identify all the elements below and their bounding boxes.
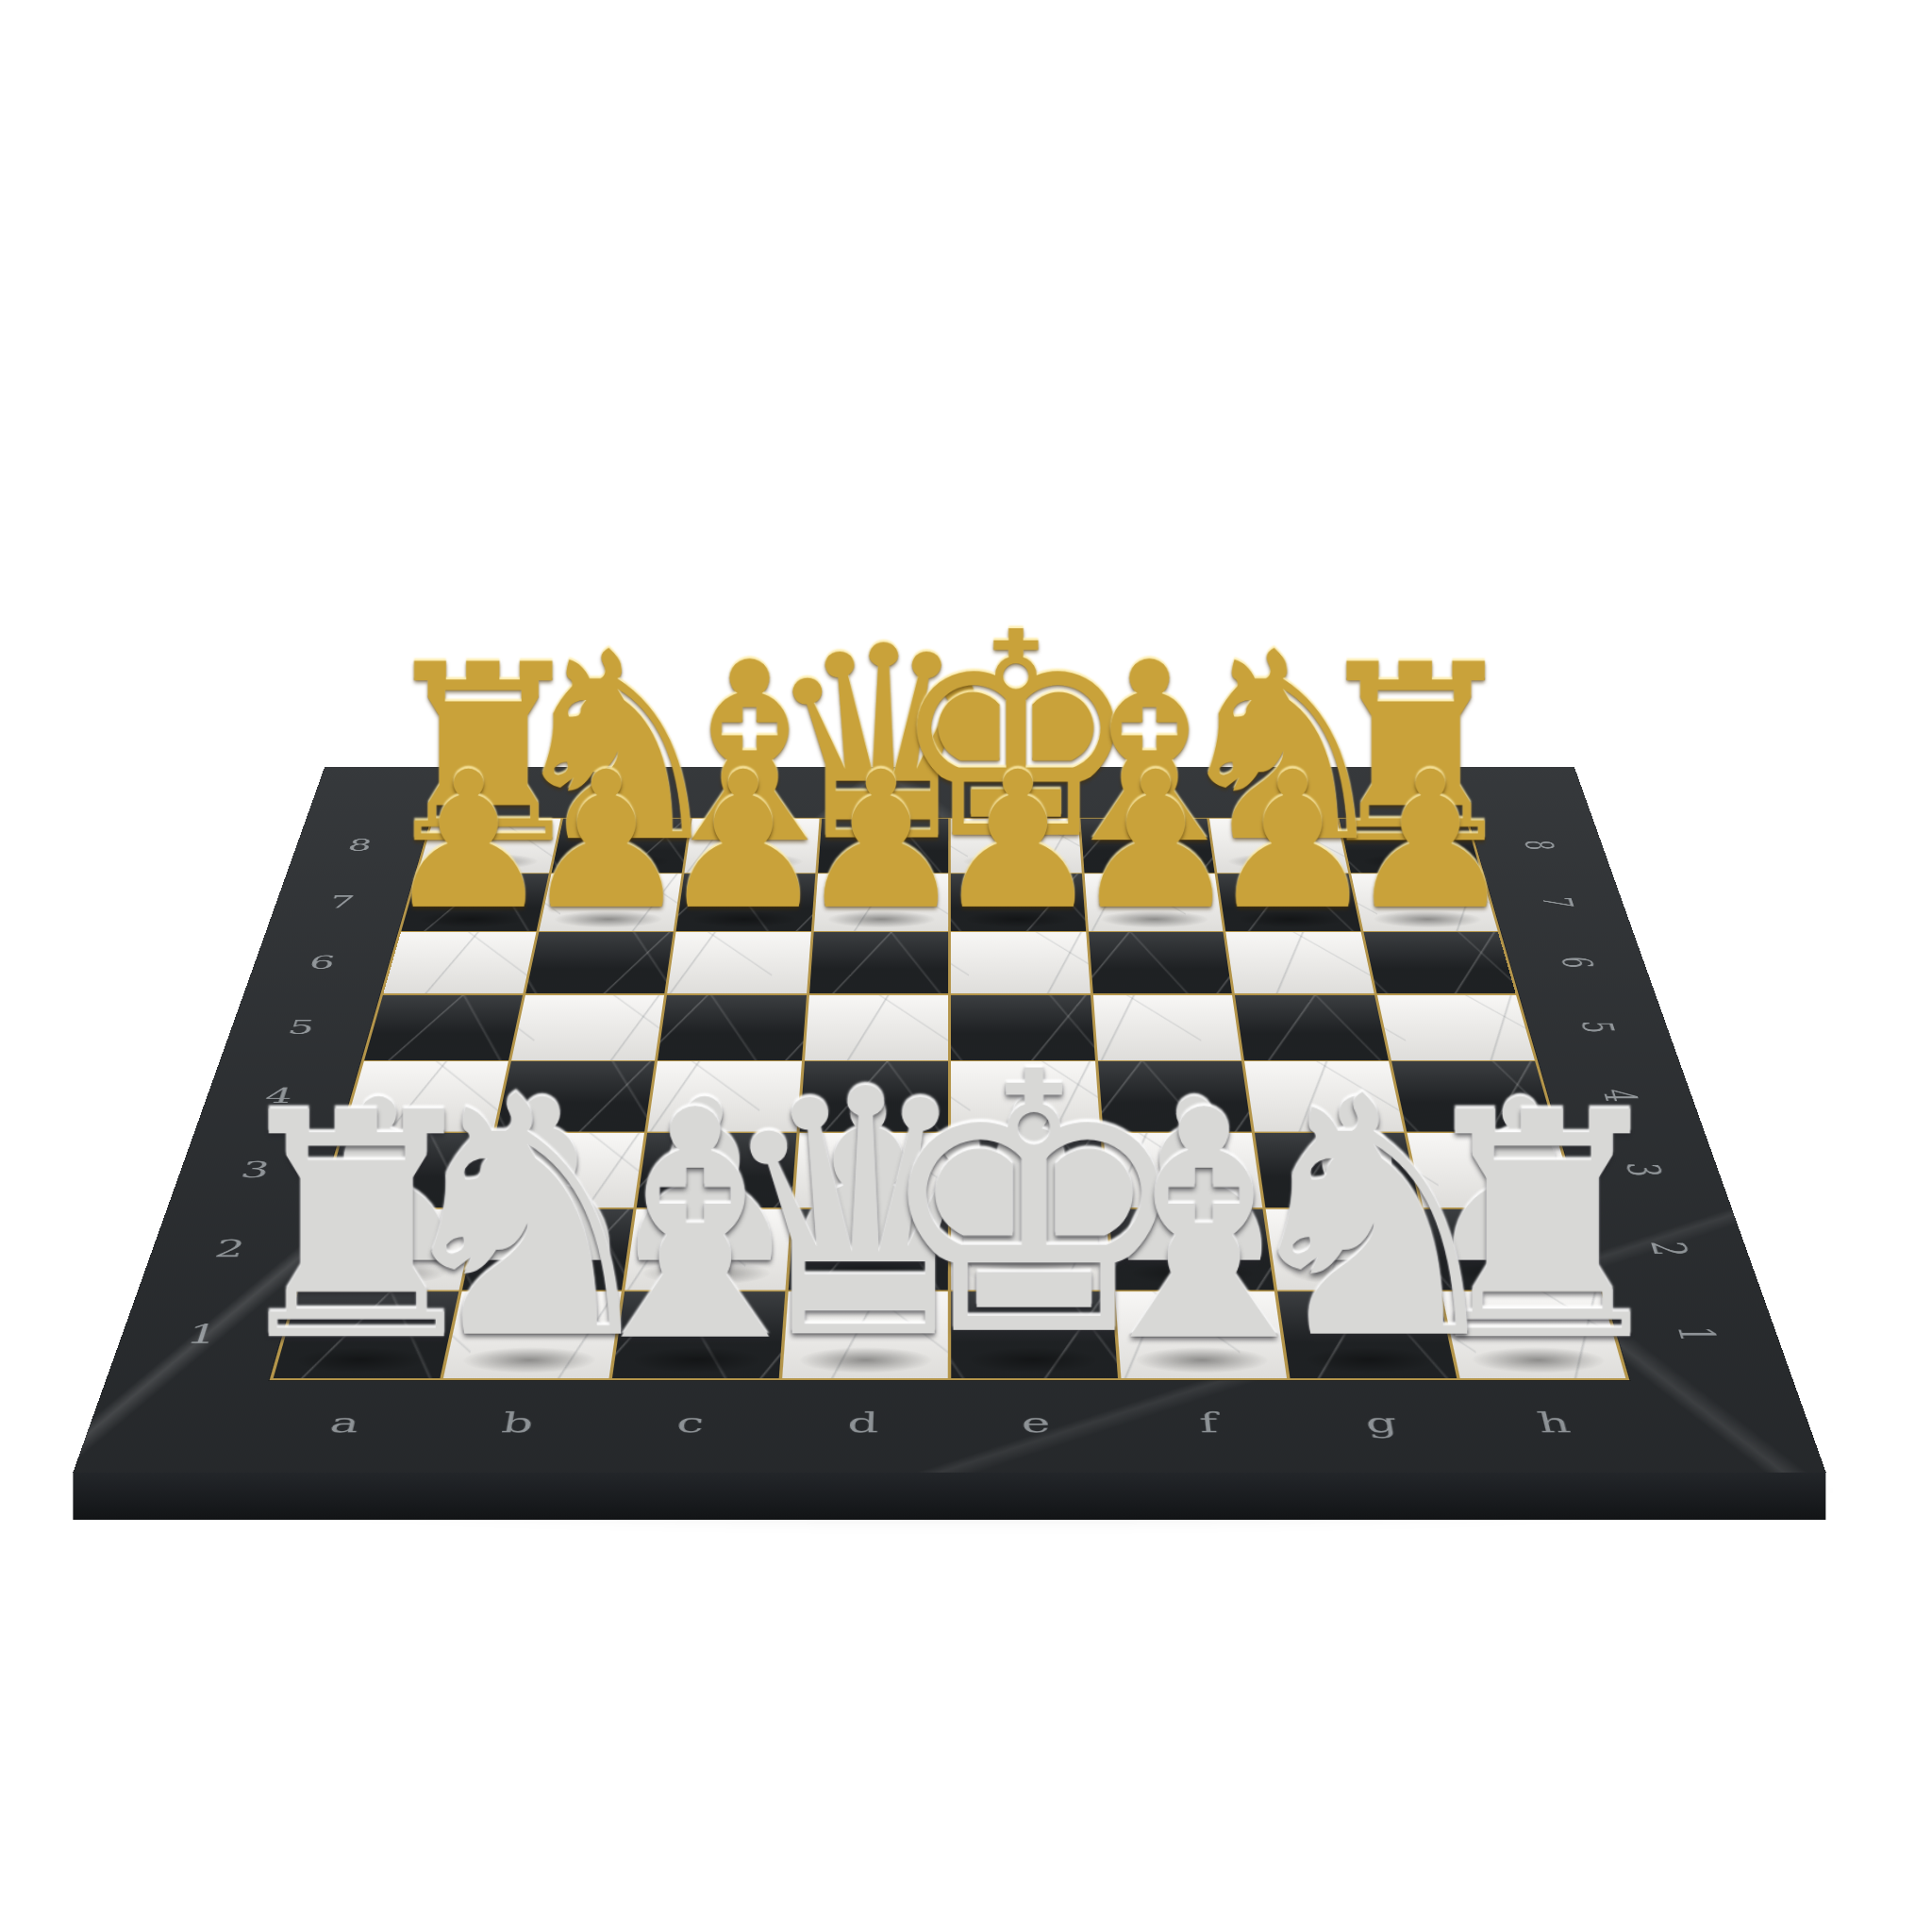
square-h6[interactable]: [1363, 932, 1515, 993]
rank-label-left-8: 8: [345, 836, 375, 854]
square-f7[interactable]: ♟: [1084, 874, 1223, 931]
square-c6[interactable]: [667, 932, 810, 993]
product-photo-chess-set: ♜♞♝♛♚♝♞♜♟♟♟♟♟♟♟♟♟♟♟♟♟♟♟♟♜♞♝♛♚♝♞♜ a88b77c…: [0, 0, 1932, 1932]
piece-silver-bishop-c1[interactable]: ♝: [554, 1077, 837, 1377]
rank-label-left-7: 7: [326, 892, 357, 911]
square-g7[interactable]: ♟: [1217, 874, 1360, 931]
file-label-d: d: [847, 1407, 879, 1439]
square-d7[interactable]: ♟: [813, 874, 948, 931]
board-grid: ♜♞♝♛♚♝♞♜♟♟♟♟♟♟♟♟♟♟♟♟♟♟♟♟♜♞♝♛♚♝♞♜: [270, 818, 1630, 1380]
rank-label-right-7: 7: [1534, 897, 1582, 908]
square-a6[interactable]: [383, 932, 535, 993]
piece-gold-pawn-h7[interactable]: ♟: [1345, 751, 1515, 930]
file-label-g: g: [1363, 1407, 1400, 1439]
file-label-h: h: [1534, 1407, 1574, 1439]
square-c1[interactable]: ♝: [612, 1291, 785, 1378]
rank-label-left-5: 5: [285, 1016, 318, 1038]
file-label-b: b: [499, 1407, 536, 1439]
square-b6[interactable]: [525, 932, 674, 993]
square-h7[interactable]: ♟: [1351, 874, 1498, 931]
file-label-c: c: [675, 1407, 707, 1439]
square-e6[interactable]: [951, 932, 1091, 993]
square-f6[interactable]: [1089, 932, 1232, 993]
square-e7[interactable]: ♟: [951, 874, 1086, 931]
rank-label-right-5: 5: [1572, 1021, 1623, 1033]
perspective-wrapper: ♜♞♝♛♚♝♞♜♟♟♟♟♟♟♟♟♟♟♟♟♟♟♟♟♜♞♝♛♚♝♞♜ a88b77c…: [220, 331, 1679, 1790]
square-c7[interactable]: ♟: [676, 874, 815, 931]
file-label-e: e: [1021, 1407, 1051, 1439]
piece-silver-bishop-f1[interactable]: ♝: [1062, 1077, 1345, 1377]
board-front-edge: [73, 1473, 1825, 1520]
chess-board: ♜♞♝♛♚♝♞♜♟♟♟♟♟♟♟♟♟♟♟♟♟♟♟♟♜♞♝♛♚♝♞♜ a88b77c…: [73, 767, 1825, 1472]
square-g6[interactable]: [1225, 932, 1374, 993]
rank-label-right-6: 6: [1552, 957, 1601, 968]
square-d6[interactable]: [809, 932, 949, 993]
file-label-a: a: [326, 1407, 363, 1439]
rank-label-left-6: 6: [307, 952, 339, 973]
file-label-f: f: [1198, 1407, 1220, 1439]
square-f1[interactable]: ♝: [1114, 1291, 1287, 1378]
